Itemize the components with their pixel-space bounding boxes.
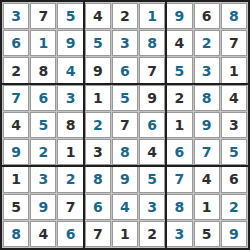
cell-r5c9[interactable]: 3 [221,112,247,138]
cell-r1c9[interactable]: 8 [221,3,247,29]
cell-r6c4[interactable]: 3 [85,139,111,165]
cell-r4c5[interactable]: 5 [112,85,138,111]
cell-r3c9[interactable]: 1 [221,57,247,83]
cell-r5c6[interactable]: 6 [139,112,165,138]
cell-r4c4[interactable]: 1 [85,85,111,111]
cell-r2c1[interactable]: 6 [3,30,29,56]
cell-r6c7[interactable]: 6 [166,139,192,165]
cell-r6c1[interactable]: 9 [3,139,29,165]
cell-r9c6[interactable]: 2 [139,221,165,247]
cell-r2c8[interactable]: 2 [194,30,220,56]
cell-r6c3[interactable]: 1 [57,139,83,165]
cell-r8c6[interactable]: 3 [139,194,165,220]
cell-r8c4[interactable]: 6 [85,194,111,220]
cell-r1c5[interactable]: 2 [112,3,138,29]
cell-r8c5[interactable]: 4 [112,194,138,220]
box-divider-horizontal-1 [2,83,248,85]
cell-r1c4[interactable]: 4 [85,3,111,29]
cell-r8c9[interactable]: 2 [221,194,247,220]
cell-r9c1[interactable]: 8 [3,221,29,247]
cell-r2c3[interactable]: 9 [57,30,83,56]
cell-r8c8[interactable]: 1 [194,194,220,220]
cell-r6c5[interactable]: 8 [112,139,138,165]
cell-r2c4[interactable]: 5 [85,30,111,56]
cell-r7c5[interactable]: 9 [112,166,138,192]
cell-r4c2[interactable]: 6 [30,85,56,111]
cell-r6c9[interactable]: 5 [221,139,247,165]
cell-r6c2[interactable]: 2 [30,139,56,165]
cell-r5c5[interactable]: 7 [112,112,138,138]
box-divider-vertical-1 [83,2,85,248]
cell-r3c7[interactable]: 5 [166,57,192,83]
cell-r2c7[interactable]: 4 [166,30,192,56]
cell-r8c3[interactable]: 7 [57,194,83,220]
cell-r5c7[interactable]: 1 [166,112,192,138]
cell-r6c8[interactable]: 7 [194,139,220,165]
cell-r2c2[interactable]: 1 [30,30,56,56]
cell-r4c1[interactable]: 7 [3,85,29,111]
cell-r4c9[interactable]: 4 [221,85,247,111]
cell-r4c6[interactable]: 9 [139,85,165,111]
cell-r5c2[interactable]: 5 [30,112,56,138]
cell-r7c4[interactable]: 8 [85,166,111,192]
cell-r9c4[interactable]: 7 [85,221,111,247]
cell-r9c7[interactable]: 3 [166,221,192,247]
cell-r7c6[interactable]: 5 [139,166,165,192]
cell-r9c5[interactable]: 1 [112,221,138,247]
cell-r3c3[interactable]: 4 [57,57,83,83]
cell-r3c1[interactable]: 2 [3,57,29,83]
cell-r9c2[interactable]: 4 [30,221,56,247]
cell-r5c3[interactable]: 8 [57,112,83,138]
cell-r2c5[interactable]: 3 [112,30,138,56]
cell-r1c2[interactable]: 7 [30,3,56,29]
cell-r5c1[interactable]: 4 [3,112,29,138]
cell-r2c6[interactable]: 8 [139,30,165,56]
cell-r3c2[interactable]: 8 [30,57,56,83]
cell-r8c2[interactable]: 9 [30,194,56,220]
cell-r5c4[interactable]: 2 [85,112,111,138]
cell-r7c9[interactable]: 6 [221,166,247,192]
cell-r1c8[interactable]: 6 [194,3,220,29]
box-divider-vertical-2 [165,2,167,248]
cell-r1c6[interactable]: 1 [139,3,165,29]
sudoku-grid: 3754219686195384272849675317631592844582… [2,2,248,248]
cell-r7c1[interactable]: 1 [3,166,29,192]
cell-r6c6[interactable]: 4 [139,139,165,165]
cell-r9c9[interactable]: 9 [221,221,247,247]
cell-r4c3[interactable]: 3 [57,85,83,111]
cell-r1c7[interactable]: 9 [166,3,192,29]
cell-r2c9[interactable]: 7 [221,30,247,56]
cell-r3c5[interactable]: 6 [112,57,138,83]
cell-r7c7[interactable]: 7 [166,166,192,192]
cell-r9c3[interactable]: 6 [57,221,83,247]
cell-r8c7[interactable]: 8 [166,194,192,220]
cell-r9c8[interactable]: 5 [194,221,220,247]
cell-r1c1[interactable]: 3 [3,3,29,29]
sudoku-board: 3754219686195384272849675317631592844582… [0,0,250,250]
cell-r7c8[interactable]: 4 [194,166,220,192]
cell-r3c6[interactable]: 7 [139,57,165,83]
cell-r8c1[interactable]: 5 [3,194,29,220]
cell-r5c8[interactable]: 9 [194,112,220,138]
box-divider-horizontal-2 [2,165,248,167]
cell-r3c4[interactable]: 9 [85,57,111,83]
cell-r7c3[interactable]: 2 [57,166,83,192]
cell-r3c8[interactable]: 3 [194,57,220,83]
cell-r7c2[interactable]: 3 [30,166,56,192]
cell-r4c8[interactable]: 8 [194,85,220,111]
cell-r4c7[interactable]: 2 [166,85,192,111]
cell-r1c3[interactable]: 5 [57,3,83,29]
